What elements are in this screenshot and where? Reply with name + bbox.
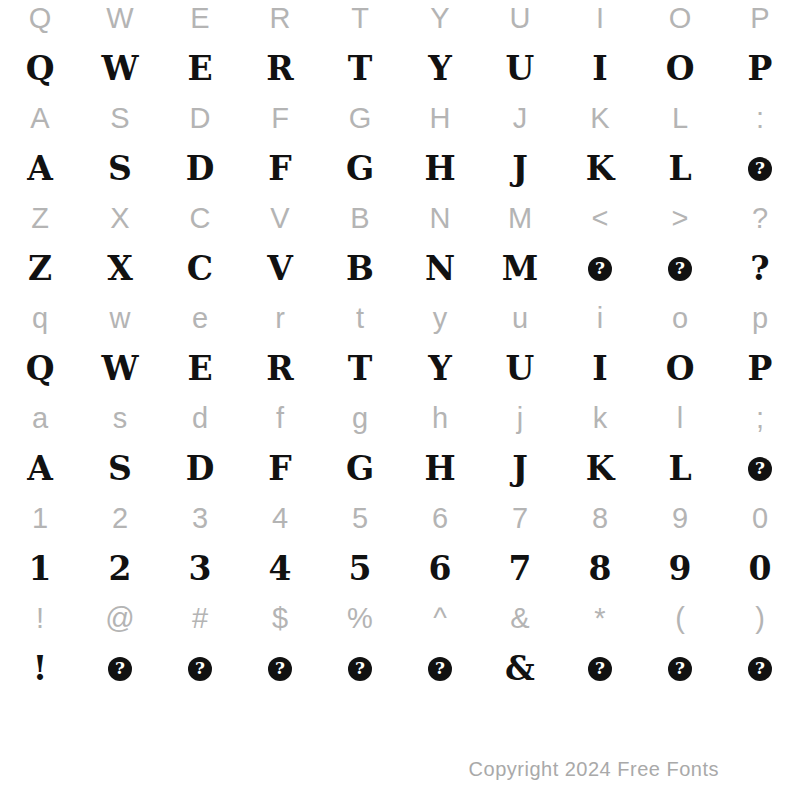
glyph-cell: U	[506, 352, 535, 385]
glyph-cell-missing: ?	[188, 657, 212, 681]
glyph-cell: Z	[31, 204, 49, 233]
glyph-cell: K	[590, 104, 609, 133]
glyph-cell: 0	[752, 504, 768, 533]
glyph-cell: I	[592, 352, 607, 385]
glyph-cell: E	[190, 4, 209, 33]
glyph-cell: &	[505, 652, 535, 685]
glyph-cell: 3	[192, 504, 208, 533]
glyph-cell: i	[597, 304, 603, 333]
reference-font-row: ZXCVBNM<>?	[0, 195, 800, 242]
glyph-cell: A	[27, 452, 53, 485]
notdef-glyph-icon: ?	[188, 657, 212, 681]
glyph-cell: %	[347, 604, 373, 633]
glyph-cell: t	[356, 304, 364, 333]
glyph-cell: L	[668, 452, 691, 485]
glyph-cell: 4	[269, 552, 292, 585]
glyph-cell: L	[672, 104, 688, 133]
glyph-cell: >	[672, 204, 689, 233]
glyph-cell: 8	[589, 552, 612, 585]
glyph-cell: q	[32, 304, 48, 333]
glyph-cell: E	[187, 352, 212, 385]
glyph-cell: &	[510, 604, 529, 633]
glyph-cell: M	[508, 204, 532, 233]
glyph-cell: 6	[432, 504, 448, 533]
glyph-cell: J	[512, 452, 528, 485]
notdef-glyph-icon: ?	[668, 257, 692, 281]
glyph-cell: 9	[669, 552, 692, 585]
reference-font-row: QWERTYUIOP	[0, 0, 800, 42]
glyph-cell: ^	[433, 604, 447, 633]
glyph-cell: !	[36, 604, 44, 633]
glyph-cell: R	[270, 4, 291, 33]
glyph-cell: 2	[112, 504, 128, 533]
glyph-cell: I	[592, 52, 607, 85]
notdef-glyph-icon: ?	[748, 657, 772, 681]
glyph-cell: 4	[272, 504, 288, 533]
glyph-cell: Q	[26, 352, 55, 385]
glyph-cell-missing: ?	[428, 657, 452, 681]
notdef-glyph-icon: ?	[108, 657, 132, 681]
reference-font-row: !@#$%^&*()	[0, 595, 800, 642]
glyph-cell: E	[187, 52, 212, 85]
glyph-cell: U	[510, 4, 531, 33]
glyph-cell: P	[750, 4, 769, 33]
glyph-cell-missing: ?	[748, 457, 772, 481]
glyph-cell: Z	[28, 252, 52, 285]
glyph-cell: A	[30, 104, 49, 133]
glyph-cell: D	[186, 152, 215, 185]
notdef-glyph-icon: ?	[268, 657, 292, 681]
glyph-cell: Q	[26, 52, 55, 85]
glyph-cell: p	[752, 304, 768, 333]
glyph-cell: H	[424, 152, 455, 185]
charmap-grid: QWERTYUIOPQWERTYUIOPASDFGHJKL:ASDFGHJKL?…	[0, 0, 800, 695]
reference-font-row: qwertyuiop	[0, 295, 800, 342]
glyph-cell: e	[192, 304, 208, 333]
glyph-cell: B	[346, 252, 374, 285]
glyph-cell: C	[190, 204, 211, 233]
glyph-cell-missing: ?	[668, 657, 692, 681]
glyph-cell: Q	[29, 4, 52, 33]
glyph-cell: r	[275, 304, 285, 333]
glyph-cell: w	[110, 304, 131, 333]
glyph-cell: N	[430, 204, 451, 233]
glyph-cell: R	[266, 352, 293, 385]
glyph-cell: N	[425, 252, 455, 285]
glyph-cell: G	[346, 152, 374, 185]
glyph-cell-missing: ?	[268, 657, 292, 681]
glyph-cell: S	[108, 452, 132, 485]
glyph-cell: P	[748, 352, 773, 385]
sample-font-row: ASDFGHJKL?	[0, 442, 800, 495]
glyph-cell: B	[350, 204, 369, 233]
glyph-cell: 6	[429, 552, 452, 585]
glyph-cell: 9	[672, 504, 688, 533]
reference-font-row: asdfghjkl;	[0, 395, 800, 442]
glyph-cell: U	[506, 52, 535, 85]
glyph-cell: l	[677, 404, 683, 433]
notdef-glyph-icon: ?	[428, 657, 452, 681]
glyph-cell: a	[32, 404, 48, 433]
glyph-cell: Y	[430, 4, 449, 33]
glyph-cell: J	[513, 104, 528, 133]
glyph-cell: F	[268, 452, 291, 485]
glyph-cell-missing: ?	[108, 657, 132, 681]
glyph-cell: *	[594, 604, 605, 633]
glyph-cell: H	[424, 452, 455, 485]
glyph-cell: 8	[592, 504, 608, 533]
reference-font-row: ASDFGHJKL:	[0, 95, 800, 142]
glyph-cell: ?	[752, 204, 768, 233]
glyph-cell: O	[669, 4, 692, 33]
glyph-cell: P	[748, 52, 773, 85]
notdef-glyph-icon: ?	[748, 157, 772, 181]
glyph-cell: <	[592, 204, 609, 233]
glyph-cell: R	[266, 52, 293, 85]
glyph-cell: 3	[189, 552, 212, 585]
glyph-cell: G	[346, 452, 374, 485]
glyph-cell-missing: ?	[348, 657, 372, 681]
glyph-cell: L	[668, 152, 691, 185]
notdef-glyph-icon: ?	[588, 657, 612, 681]
sample-font-row: ASDFGHJKL?	[0, 142, 800, 195]
glyph-cell: K	[586, 452, 615, 485]
glyph-cell: K	[586, 152, 615, 185]
glyph-cell: O	[666, 52, 695, 85]
notdef-glyph-icon: ?	[668, 657, 692, 681]
glyph-cell: y	[433, 304, 448, 333]
glyph-cell: #	[192, 604, 208, 633]
glyph-cell: S	[110, 104, 129, 133]
glyph-cell: d	[192, 404, 208, 433]
glyph-cell-missing: ?	[748, 657, 772, 681]
glyph-cell-missing: ?	[668, 257, 692, 281]
glyph-cell: 2	[109, 552, 132, 585]
glyph-cell: (	[675, 604, 685, 633]
glyph-cell: 1	[32, 504, 48, 533]
glyph-cell-missing: ?	[588, 657, 612, 681]
glyph-cell: o	[672, 304, 688, 333]
glyph-cell: Y	[428, 352, 452, 385]
glyph-cell: 7	[512, 504, 528, 533]
glyph-cell: 0	[749, 552, 772, 585]
glyph-cell: S	[108, 152, 132, 185]
glyph-cell: M	[502, 252, 539, 285]
glyph-cell: H	[430, 104, 451, 133]
glyph-cell: :	[756, 104, 764, 133]
glyph-cell: F	[268, 152, 291, 185]
sample-font-row: ZXCVBNM???	[0, 242, 800, 295]
glyph-cell: f	[276, 404, 284, 433]
reference-font-row: 1234567890	[0, 495, 800, 542]
glyph-cell: 1	[29, 552, 52, 585]
notdef-glyph-icon: ?	[588, 257, 612, 281]
glyph-cell: A	[27, 152, 53, 185]
glyph-cell: V	[267, 252, 293, 285]
notdef-glyph-icon: ?	[348, 657, 372, 681]
glyph-cell: !	[33, 652, 48, 685]
sample-font-row: QWERTYUIOP	[0, 342, 800, 395]
glyph-cell: Y	[428, 52, 452, 85]
glyph-cell: G	[349, 104, 372, 133]
notdef-glyph-icon: ?	[748, 457, 772, 481]
glyph-cell: 5	[352, 504, 368, 533]
glyph-cell: j	[517, 404, 523, 433]
glyph-cell: O	[666, 352, 695, 385]
glyph-cell: I	[596, 4, 604, 33]
glyph-cell: F	[271, 104, 289, 133]
glyph-cell: 5	[349, 552, 372, 585]
glyph-cell: k	[593, 404, 608, 433]
glyph-cell: W	[106, 4, 133, 33]
glyph-cell: )	[755, 604, 765, 633]
sample-font-row: QWERTYUIOP	[0, 42, 800, 95]
copyright-notice: Copyright 2024 Free Fonts	[469, 758, 719, 781]
glyph-cell: W	[101, 352, 138, 385]
sample-font-row: 1234567890	[0, 542, 800, 595]
glyph-cell: s	[113, 404, 128, 433]
glyph-cell: D	[190, 104, 211, 133]
glyph-cell: u	[512, 304, 528, 333]
glyph-cell: V	[270, 204, 289, 233]
glyph-cell: C	[187, 252, 213, 285]
glyph-cell: X	[110, 204, 129, 233]
glyph-cell: T	[348, 352, 373, 385]
glyph-cell-missing: ?	[748, 157, 772, 181]
glyph-cell: W	[101, 52, 138, 85]
glyph-cell: ;	[756, 404, 764, 433]
glyph-cell: @	[105, 604, 134, 633]
glyph-cell: 7	[509, 552, 532, 585]
glyph-cell: X	[107, 252, 133, 285]
glyph-cell: ?	[750, 252, 769, 285]
glyph-cell: D	[186, 452, 215, 485]
glyph-cell: g	[352, 404, 368, 433]
glyph-cell: h	[432, 404, 448, 433]
glyph-cell: T	[351, 4, 369, 33]
glyph-cell: $	[272, 604, 288, 633]
glyph-cell-missing: ?	[588, 257, 612, 281]
sample-font-row: !?????&???	[0, 642, 800, 695]
glyph-cell: J	[512, 152, 528, 185]
glyph-cell: T	[348, 52, 373, 85]
